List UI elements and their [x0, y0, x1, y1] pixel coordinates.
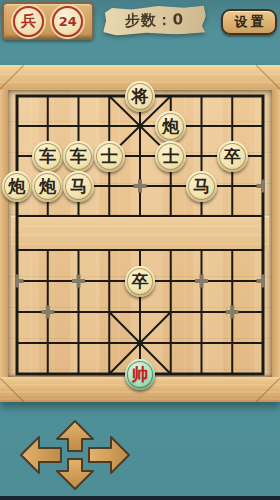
piece-卒-black[interactable]: 卒 — [217, 141, 248, 172]
piece-炮-black[interactable]: 炮 — [155, 111, 186, 142]
board-intersection[interactable] — [125, 233, 156, 266]
board-intersection[interactable]: 帅 — [125, 359, 156, 390]
board-intersection[interactable] — [32, 81, 63, 111]
board-intersection[interactable] — [2, 359, 33, 390]
dpad — [15, 415, 135, 495]
settings-button[interactable]: 设置 — [221, 9, 277, 35]
board-intersection[interactable] — [248, 201, 279, 233]
board-intersection[interactable] — [94, 266, 125, 297]
board-intersection[interactable]: 马 — [63, 171, 94, 201]
board-intersection[interactable] — [248, 81, 279, 111]
board-intersection[interactable] — [2, 266, 33, 297]
board-intersection[interactable] — [217, 233, 248, 266]
board-intersection[interactable]: 炮 — [2, 171, 33, 201]
board-intersection[interactable] — [125, 171, 156, 201]
board-intersection[interactable] — [125, 328, 156, 359]
board-intersection[interactable] — [63, 81, 94, 111]
board-intersection[interactable] — [32, 266, 63, 297]
board-intersection[interactable] — [155, 297, 186, 328]
moves-counter-wrap: 步数：0 — [103, 6, 206, 35]
board-intersection[interactable] — [155, 328, 186, 359]
piece-glyph: 士 — [101, 148, 118, 165]
board-intersection[interactable] — [155, 266, 186, 297]
piece-车-black[interactable]: 车 — [32, 141, 63, 172]
piece-glyph: 卒 — [131, 273, 148, 290]
board-intersection[interactable] — [155, 81, 186, 111]
board-intersection[interactable] — [32, 359, 63, 390]
board-intersection[interactable]: 车 — [63, 141, 94, 171]
board-intersection[interactable] — [32, 297, 63, 328]
board-intersection[interactable]: 士 — [94, 141, 125, 171]
board-intersection[interactable] — [2, 141, 33, 171]
board-intersection[interactable]: 卒 — [217, 141, 248, 171]
moves-counter-label: 步数：0 — [125, 10, 185, 30]
piece-glyph: 马 — [70, 178, 87, 195]
board-intersection[interactable] — [94, 111, 125, 141]
board-intersection[interactable] — [217, 297, 248, 328]
app-screen: 兵 24 步数：0 设置 将炮车车士士卒炮炮马马卒帅 — [0, 0, 280, 500]
board-intersection[interactable] — [94, 359, 125, 390]
piece-卒-black[interactable]: 卒 — [125, 266, 156, 297]
piece-马-black[interactable]: 马 — [186, 171, 217, 202]
level-category-glyph: 兵 — [21, 12, 36, 31]
board-intersection[interactable] — [94, 81, 125, 111]
board-intersection[interactable] — [125, 111, 156, 141]
piece-glyph: 马 — [193, 178, 210, 195]
board-intersection[interactable] — [94, 297, 125, 328]
board-intersection[interactable] — [2, 201, 33, 233]
board-intersection[interactable] — [248, 141, 279, 171]
board-intersection[interactable]: 卒 — [125, 266, 156, 297]
board-intersection[interactable] — [63, 266, 94, 297]
board-intersection[interactable] — [2, 328, 33, 359]
board-intersection[interactable] — [248, 233, 279, 266]
board-intersection[interactable]: 马 — [186, 171, 217, 201]
board-intersection[interactable]: 炮 — [32, 171, 63, 201]
piece-将-black[interactable]: 将 — [125, 81, 156, 112]
board-intersection[interactable] — [186, 233, 217, 266]
piece-glyph: 车 — [39, 148, 56, 165]
dpad-down-arrow[interactable] — [57, 459, 93, 489]
board-intersection[interactable] — [248, 297, 279, 328]
piece-glyph: 炮 — [162, 118, 179, 135]
board-intersection[interactable]: 士 — [155, 141, 186, 171]
board-intersection[interactable] — [155, 233, 186, 266]
piece-士-black[interactable]: 士 — [155, 141, 186, 172]
piece-士-black[interactable]: 士 — [94, 141, 125, 172]
piece-glyph: 炮 — [39, 178, 56, 195]
piece-glyph: 卒 — [224, 148, 241, 165]
piece-glyph: 士 — [162, 148, 179, 165]
piece-glyph: 炮 — [8, 178, 25, 195]
level-category-badge: 兵 — [13, 6, 44, 37]
board-intersection[interactable] — [217, 359, 248, 390]
board-intersection[interactable] — [217, 266, 248, 297]
board-intersection[interactable] — [186, 111, 217, 141]
piece-炮-black[interactable]: 炮 — [32, 171, 63, 202]
board-intersection[interactable] — [248, 359, 279, 390]
dpad-left-arrow[interactable] — [21, 437, 61, 473]
dpad-right-arrow[interactable] — [89, 437, 129, 473]
board-intersection[interactable] — [217, 81, 248, 111]
board-intersection[interactable] — [2, 111, 33, 141]
moves-counter: 步数：0 — [103, 5, 207, 36]
board-intersection[interactable] — [186, 266, 217, 297]
board-intersection[interactable] — [217, 201, 248, 233]
board-intersection[interactable] — [155, 171, 186, 201]
board-intersection[interactable] — [63, 201, 94, 233]
board-intersection[interactable] — [217, 111, 248, 141]
board-intersection[interactable] — [63, 297, 94, 328]
board-intersection[interactable] — [125, 141, 156, 171]
board-intersection[interactable] — [186, 328, 217, 359]
board-intersection[interactable] — [248, 328, 279, 359]
piece-glyph: 将 — [131, 88, 148, 105]
board-intersection[interactable] — [186, 297, 217, 328]
board-intersection[interactable] — [32, 201, 63, 233]
level-plaque: 兵 24 — [2, 2, 94, 40]
board-intersection[interactable] — [63, 111, 94, 141]
board-intersection[interactable] — [155, 359, 186, 390]
board-intersection[interactable] — [32, 328, 63, 359]
board-intersection[interactable] — [63, 359, 94, 390]
board-intersection[interactable] — [94, 171, 125, 201]
board-intersection[interactable] — [2, 297, 33, 328]
board-intersection[interactable] — [248, 111, 279, 141]
board-intersection[interactable] — [32, 233, 63, 266]
board-intersection[interactable] — [94, 233, 125, 266]
piece-glyph: 帅 — [131, 366, 148, 383]
level-number-badge: 24 — [52, 6, 83, 37]
board-intersection[interactable] — [155, 201, 186, 233]
board-intersection[interactable] — [32, 111, 63, 141]
board-intersection[interactable] — [186, 141, 217, 171]
board-intersection[interactable] — [217, 171, 248, 201]
board-intersection[interactable] — [94, 328, 125, 359]
board-intersection[interactable] — [63, 233, 94, 266]
board-intersection[interactable] — [2, 81, 33, 111]
board-intersection[interactable] — [2, 233, 33, 266]
board-intersection[interactable]: 将 — [125, 81, 156, 111]
board-intersection[interactable] — [186, 201, 217, 233]
piece-车-black[interactable]: 车 — [63, 141, 94, 172]
board-intersection[interactable] — [63, 328, 94, 359]
dpad-up-arrow[interactable] — [57, 421, 93, 451]
board-grid: 将炮车车士士卒炮炮马马卒帅 — [2, 81, 279, 391]
board-intersection[interactable] — [248, 266, 279, 297]
board-intersection[interactable] — [94, 201, 125, 233]
piece-炮-black[interactable]: 炮 — [2, 171, 33, 202]
board-intersection[interactable] — [186, 81, 217, 111]
level-number: 24 — [59, 14, 77, 29]
board-intersection[interactable] — [125, 201, 156, 233]
board-intersection[interactable] — [217, 328, 248, 359]
board-intersection[interactable]: 车 — [32, 141, 63, 171]
piece-glyph: 车 — [70, 148, 87, 165]
board-intersection[interactable] — [125, 297, 156, 328]
board-intersection[interactable] — [186, 359, 217, 390]
board-intersection[interactable]: 炮 — [155, 111, 186, 141]
piece-帅-red[interactable]: 帅 — [125, 359, 156, 390]
bottom-edge — [0, 496, 280, 500]
piece-马-black[interactable]: 马 — [63, 171, 94, 202]
board-intersection[interactable] — [248, 171, 279, 201]
